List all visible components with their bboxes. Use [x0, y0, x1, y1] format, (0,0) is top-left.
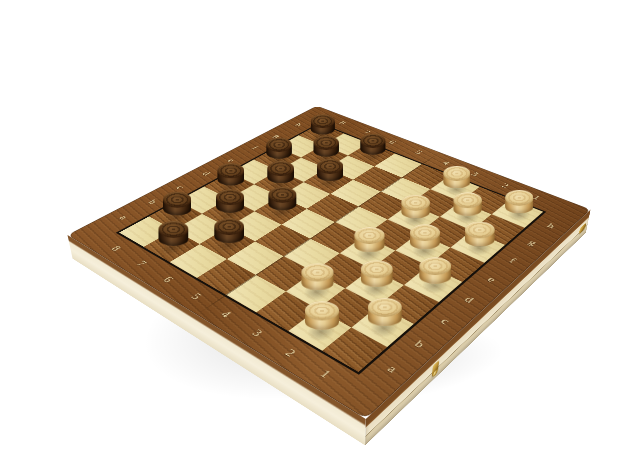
file-label-h-near: h: [545, 223, 556, 230]
light-checker-cylinder: [360, 260, 392, 287]
checker-top: [215, 189, 243, 205]
checker-top: [409, 224, 439, 241]
rank-label-8-right: 8: [337, 121, 347, 126]
light-checker-cylinder: [301, 264, 333, 291]
checker-top: [360, 260, 392, 278]
dark-checker-cylinder: [217, 163, 244, 185]
checkers-board: aabbccddeeffgghh1122334455667788: [67, 106, 590, 419]
rank-label-5-right: 5: [413, 150, 423, 156]
brass-latch: [432, 360, 439, 377]
rank-label-8-left: 8: [108, 245, 122, 253]
file-label-b-far: b: [145, 199, 158, 206]
rank-label-3-right: 3: [469, 171, 480, 177]
dark-checker-cylinder: [360, 134, 385, 155]
file-label-f-far: f: [249, 146, 259, 151]
light-checker-cylinder: [443, 166, 470, 189]
light-checker-cylinder: [419, 257, 451, 284]
dark-checker-cylinder: [268, 187, 296, 211]
dark-checker-cylinder: [313, 136, 338, 157]
light-checker-cylinder: [367, 298, 401, 326]
rank-label-2-left: 2: [282, 348, 297, 359]
checker-top: [401, 195, 430, 211]
photo-scene: aabbccddeeffgghh1122334455667788: [0, 0, 620, 465]
file-label-h-far: h: [293, 123, 303, 128]
file-label-e-near: e: [485, 276, 497, 285]
checker-top: [419, 257, 451, 275]
checker-top: [464, 222, 494, 239]
file-label-c-near: c: [438, 317, 451, 327]
rank-label-1-left: 1: [317, 368, 333, 380]
rank-label-5-left: 5: [188, 292, 203, 301]
checker-top: [266, 138, 292, 152]
dark-checker-cylinder: [214, 218, 244, 243]
brass-hinge: [579, 222, 587, 234]
file-label-f-near: f: [507, 257, 517, 265]
file-label-b-near: b: [412, 339, 426, 350]
checker-top: [316, 159, 343, 174]
board-frame: aabbccddeeffgghh1122334455667788: [67, 106, 590, 419]
light-checker-cylinder: [464, 222, 494, 247]
checker-top: [310, 114, 334, 128]
dark-checker-cylinder: [310, 114, 334, 134]
dark-checker-cylinder: [316, 159, 343, 181]
checker-top: [267, 161, 294, 176]
dark-checker-cylinder: [267, 161, 294, 183]
checker-top: [158, 221, 188, 238]
file-label-d-near: d: [462, 296, 475, 305]
rank-label-4-left: 4: [217, 309, 232, 319]
checker-top: [453, 192, 482, 208]
light-checker-cylinder: [304, 301, 338, 330]
light-checker-cylinder: [453, 192, 482, 216]
dark-checker-cylinder: [162, 192, 190, 216]
checker-top: [304, 301, 338, 320]
rank-label-6-left: 6: [160, 275, 175, 284]
checker-top: [505, 190, 533, 206]
checker-top: [367, 298, 401, 317]
file-label-a-far: a: [116, 214, 129, 221]
checker-top: [443, 166, 470, 181]
checker-top: [354, 227, 384, 244]
checker-top: [214, 218, 244, 235]
rank-label-6-right: 6: [386, 139, 396, 144]
rank-label-7-left: 7: [133, 260, 147, 268]
checker-top: [268, 187, 296, 203]
dark-checker-cylinder: [158, 221, 188, 246]
checker-top: [301, 264, 333, 282]
checker-top: [217, 163, 244, 178]
file-label-a-near: a: [384, 364, 398, 375]
light-checker-cylinder: [354, 227, 384, 252]
file-label-d-far: d: [200, 171, 212, 177]
dark-checker-cylinder: [215, 189, 243, 213]
light-checker-cylinder: [505, 190, 533, 214]
checker-top: [162, 192, 190, 208]
file-label-c-far: c: [173, 185, 185, 191]
light-checker-cylinder: [401, 195, 430, 219]
checker-top: [313, 136, 338, 150]
rank-label-3-left: 3: [249, 328, 264, 338]
rank-label-2-right: 2: [499, 182, 510, 188]
light-checker-cylinder: [409, 224, 439, 249]
checker-top: [360, 134, 385, 148]
dark-checker-cylinder: [266, 138, 292, 159]
playfield-grid: [116, 123, 547, 375]
file-label-g-near: g: [526, 239, 538, 247]
